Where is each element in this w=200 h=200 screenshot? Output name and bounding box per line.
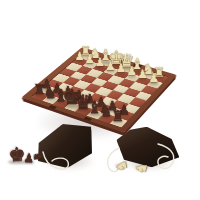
left-pouch bbox=[33, 120, 97, 173]
chess-set-product-photo: ♜♞♟♝♟♚♟♛♟♝♟♞♟♜♟♟♟♟♜♟♞♟♝♟♚♟♛♟♝♟♞♜ ♚♟♞♞♞ bbox=[0, 0, 200, 200]
piece-shadow bbox=[115, 164, 128, 167]
loose-piece-dark-pawn: ♟ bbox=[23, 152, 35, 165]
loose-piece-dark-king: ♚ bbox=[8, 144, 26, 164]
chess-board bbox=[21, 47, 177, 133]
piece-shadow bbox=[8, 160, 25, 164]
right-pouch-cord bbox=[108, 148, 119, 172]
board-grid bbox=[31, 52, 168, 127]
loose-piece-light-knight: ♞ bbox=[113, 159, 129, 174]
piece-shadow bbox=[24, 161, 35, 164]
piece-shadow bbox=[135, 166, 148, 169]
board-frame bbox=[21, 47, 177, 133]
hinge-icon bbox=[83, 117, 92, 121]
hinge-icon bbox=[48, 105, 56, 109]
